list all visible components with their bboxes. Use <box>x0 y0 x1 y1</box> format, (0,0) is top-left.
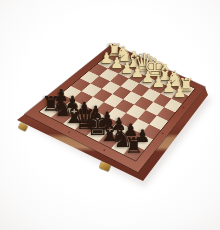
frame-screw-icon <box>103 149 106 152</box>
product-photo: ♜♞♝♛♚♝♞♜♟♟♟♟♟♟♟♟♟♟♟♟♟♟♟♟♜♞♝♛♚♝♞♜ <box>0 0 220 230</box>
frame-screw-icon <box>161 132 164 134</box>
frame-screw-icon <box>67 131 70 133</box>
frame-screw-icon <box>182 107 185 109</box>
